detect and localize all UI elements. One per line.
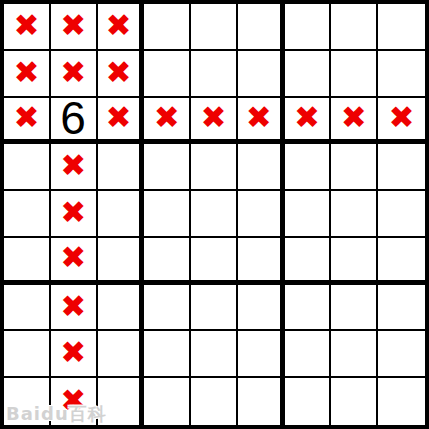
cell-r7c9[interactable] [378,285,425,332]
cell-r8c5[interactable] [191,331,238,378]
cell-r1c4[interactable] [144,4,191,51]
cell-r2c3[interactable]: ✖ [98,51,145,98]
cell-r2c6[interactable] [238,51,285,98]
elimination-mark-icon: ✖ [389,102,415,133]
cell-r6c7[interactable] [285,238,332,285]
elimination-mark-icon: ✖ [60,150,86,181]
cell-r2c1[interactable]: ✖ [4,51,51,98]
cell-r3c5[interactable]: ✖ [191,98,238,145]
elimination-mark-icon: ✖ [294,102,320,133]
elimination-mark-icon: ✖ [246,102,272,133]
cell-r4c7[interactable] [285,144,332,191]
cell-r4c5[interactable] [191,144,238,191]
cell-r9c2[interactable]: ✖ [51,378,98,425]
cell-r9c1[interactable] [4,378,51,425]
cell-r4c4[interactable] [144,144,191,191]
cell-r2c9[interactable] [378,51,425,98]
cell-r2c5[interactable] [191,51,238,98]
elimination-mark-icon: ✖ [201,102,227,133]
cell-r9c6[interactable] [238,378,285,425]
cell-r1c6[interactable] [238,4,285,51]
cell-r5c8[interactable] [331,191,378,238]
cell-r1c9[interactable] [378,4,425,51]
cell-r8c3[interactable] [98,331,145,378]
cell-r9c8[interactable] [331,378,378,425]
cell-r5c1[interactable] [4,191,51,238]
cell-r7c2[interactable]: ✖ [51,285,98,332]
cell-r6c6[interactable] [238,238,285,285]
cell-r8c4[interactable] [144,331,191,378]
cell-r9c9[interactable] [378,378,425,425]
cell-r6c1[interactable] [4,238,51,285]
cell-r1c2[interactable]: ✖ [51,4,98,51]
cell-r5c3[interactable] [98,191,145,238]
cell-r7c1[interactable] [4,285,51,332]
cell-r3c9[interactable]: ✖ [378,98,425,145]
cell-r7c3[interactable] [98,285,145,332]
cell-r3c8[interactable]: ✖ [331,98,378,145]
cell-r3c6[interactable]: ✖ [238,98,285,145]
cell-r1c8[interactable] [331,4,378,51]
elimination-mark-icon: ✖ [60,242,86,273]
cell-r8c2[interactable]: ✖ [51,331,98,378]
elimination-mark-icon: ✖ [60,337,86,368]
cell-r4c1[interactable] [4,144,51,191]
cell-r1c7[interactable] [285,4,332,51]
cell-r3c7[interactable]: ✖ [285,98,332,145]
cell-r7c4[interactable] [144,285,191,332]
cell-r1c5[interactable] [191,4,238,51]
elimination-mark-icon: ✖ [60,57,86,88]
cell-r6c4[interactable] [144,238,191,285]
cell-r4c9[interactable] [378,144,425,191]
cell-r3c2[interactable]: 6 [51,98,98,145]
cell-r6c8[interactable] [331,238,378,285]
cell-r2c2[interactable]: ✖ [51,51,98,98]
sudoku-board: ✖✖✖✖✖✖✖6✖✖✖✖✖✖✖✖✖✖✖✖✖ [0,0,429,429]
cell-r2c4[interactable] [144,51,191,98]
cell-r8c9[interactable] [378,331,425,378]
cell-r1c3[interactable]: ✖ [98,4,145,51]
cell-r6c2[interactable]: ✖ [51,238,98,285]
cell-r7c6[interactable] [238,285,285,332]
cell-r5c6[interactable] [238,191,285,238]
elimination-mark-icon: ✖ [105,10,131,41]
cell-r4c6[interactable] [238,144,285,191]
cell-r9c5[interactable] [191,378,238,425]
cell-r5c9[interactable] [378,191,425,238]
cell-r9c3[interactable] [98,378,145,425]
elimination-mark-icon: ✖ [60,10,86,41]
elimination-mark-icon: ✖ [154,102,180,133]
cell-r3c1[interactable]: ✖ [4,98,51,145]
given-digit: 6 [60,98,86,142]
cell-r8c6[interactable] [238,331,285,378]
cell-r7c5[interactable] [191,285,238,332]
cell-r2c8[interactable] [331,51,378,98]
cell-r1c1[interactable]: ✖ [4,4,51,51]
cell-r5c7[interactable] [285,191,332,238]
elimination-mark-icon: ✖ [13,57,39,88]
cell-r8c8[interactable] [331,331,378,378]
elimination-mark-icon: ✖ [60,291,86,322]
cell-r4c3[interactable] [98,144,145,191]
elimination-mark-icon: ✖ [13,102,39,133]
cell-r5c2[interactable]: ✖ [51,191,98,238]
cell-r8c1[interactable] [4,331,51,378]
cell-r6c5[interactable] [191,238,238,285]
cell-r3c3[interactable]: ✖ [98,98,145,145]
elimination-mark-icon: ✖ [13,10,39,41]
cell-r8c7[interactable] [285,331,332,378]
cell-r9c4[interactable] [144,378,191,425]
elimination-mark-icon: ✖ [105,102,131,133]
cell-r3c4[interactable]: ✖ [144,98,191,145]
elimination-mark-icon: ✖ [60,197,86,228]
elimination-mark-icon: ✖ [105,57,131,88]
cell-r4c2[interactable]: ✖ [51,144,98,191]
cell-r4c8[interactable] [331,144,378,191]
cell-r2c7[interactable] [285,51,332,98]
cell-r7c8[interactable] [331,285,378,332]
cell-r5c4[interactable] [144,191,191,238]
elimination-mark-icon: ✖ [341,102,367,133]
elimination-mark-icon: ✖ [60,385,86,416]
cell-r6c3[interactable] [98,238,145,285]
cell-r6c9[interactable] [378,238,425,285]
cell-r5c5[interactable] [191,191,238,238]
cell-r9c7[interactable] [285,378,332,425]
cell-r7c7[interactable] [285,285,332,332]
sudoku-diagram: ✖✖✖✖✖✖✖6✖✖✖✖✖✖✖✖✖✖✖✖✖ Baidu百科 [0,0,429,429]
